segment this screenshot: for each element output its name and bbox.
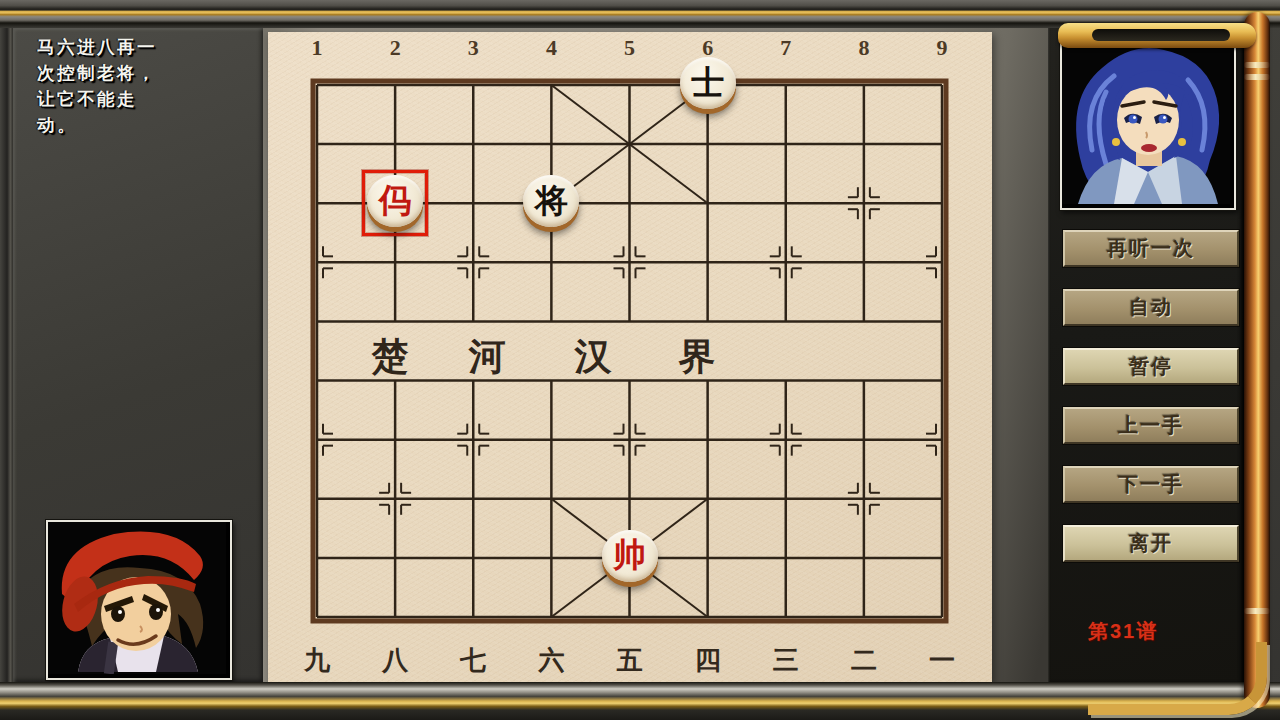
record-number-label: 第31谱 xyxy=(1088,618,1218,645)
button-离开[interactable]: 离开 xyxy=(1063,525,1239,562)
pipe-ring xyxy=(1244,608,1270,614)
file-label-bottom-7: 三 xyxy=(769,643,803,675)
boy-portrait-image xyxy=(48,522,226,674)
piece-glyph: 将 xyxy=(535,185,568,218)
annotation-line-4: 动。 xyxy=(37,112,227,138)
button-自动[interactable]: 自动 xyxy=(1063,289,1239,326)
button-label: 离开 xyxy=(1129,530,1173,557)
river-char-2: 河 xyxy=(465,332,509,376)
annotation-line-3: 让它不能走 xyxy=(37,86,227,112)
piece-glyph: 士 xyxy=(691,67,724,100)
button-label: 上一手 xyxy=(1118,412,1184,439)
pipe-ring xyxy=(1244,74,1270,80)
annotation-line-2: 次控制老将， xyxy=(37,60,227,86)
file-label-top-7: 7 xyxy=(773,35,799,61)
pipe-ring xyxy=(1244,62,1270,68)
file-label-bottom-4: 六 xyxy=(534,643,568,675)
piece-red-general[interactable]: 帅 xyxy=(602,530,658,582)
brass-pipe-right xyxy=(1244,12,1270,708)
file-label-top-9: 9 xyxy=(929,35,955,61)
river-char-4: 界 xyxy=(675,332,719,376)
button-label: 暂停 xyxy=(1129,353,1173,380)
file-label-bottom-2: 八 xyxy=(378,643,412,675)
button-label: 下一手 xyxy=(1118,471,1184,498)
button-上一手[interactable]: 上一手 xyxy=(1063,407,1239,444)
frame-left xyxy=(0,0,13,720)
file-label-bottom-6: 四 xyxy=(691,643,725,675)
file-label-bottom-1: 九 xyxy=(300,643,334,675)
file-label-bottom-8: 二 xyxy=(847,643,881,675)
file-label-bottom-5: 五 xyxy=(613,643,647,675)
button-label: 再听一次 xyxy=(1107,235,1195,262)
file-label-top-1: 1 xyxy=(304,35,330,61)
file-label-bottom-9: 一 xyxy=(925,643,959,675)
button-下一手[interactable]: 下一手 xyxy=(1063,466,1239,503)
file-label-top-3: 3 xyxy=(460,35,486,61)
xiangqi-game-window: 123456789九八七六五四三二一楚河汉界士将㐷帅 马六进八再一次控制老将，让… xyxy=(0,0,1280,720)
button-再听一次[interactable]: 再听一次 xyxy=(1063,230,1239,267)
brass-pipe-corner xyxy=(1088,642,1267,715)
xiangqi-board[interactable]: 123456789九八七六五四三二一楚河汉界士将㐷帅 xyxy=(268,32,992,683)
brass-top-slot xyxy=(1092,29,1230,41)
file-label-top-2: 2 xyxy=(382,35,408,61)
red-player-portrait xyxy=(46,520,232,680)
button-暂停[interactable]: 暂停 xyxy=(1063,348,1239,385)
button-label: 自动 xyxy=(1129,294,1173,321)
move-annotation-text: 马六进八再一次控制老将，让它不能走动。 xyxy=(37,34,227,138)
river-char-3: 汉 xyxy=(571,332,615,376)
piece-red-horse[interactable]: 㐷 xyxy=(367,175,423,227)
file-label-bottom-3: 七 xyxy=(456,643,490,675)
black-player-portrait xyxy=(1060,38,1236,210)
woman-portrait-image xyxy=(1062,40,1230,204)
piece-glyph: 帅 xyxy=(613,539,646,572)
file-label-top-8: 8 xyxy=(851,35,877,61)
right-panel: 再听一次自动暂停上一手下一手离开 第31谱 xyxy=(1048,24,1244,686)
file-label-top-5: 5 xyxy=(617,35,643,61)
brass-top-bar xyxy=(1058,23,1256,48)
piece-black-advisor[interactable]: 士 xyxy=(680,57,736,109)
file-label-top-4: 4 xyxy=(538,35,564,61)
annotation-line-1: 马六进八再一 xyxy=(37,34,227,60)
piece-glyph: 㐷 xyxy=(379,185,412,218)
river-char-1: 楚 xyxy=(368,332,412,376)
left-panel: 马六进八再一次控制老将，让它不能走动。 xyxy=(13,28,263,682)
